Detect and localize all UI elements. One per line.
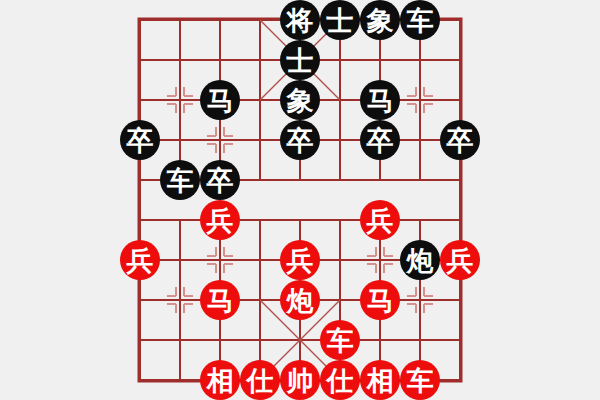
piece-red-advisor[interactable]: 仕: [320, 360, 360, 400]
piece-red-horse[interactable]: 马: [360, 280, 400, 320]
piece-red-chariot[interactable]: 车: [320, 320, 360, 360]
piece-black-general[interactable]: 将: [280, 0, 320, 40]
piece-black-elephant[interactable]: 象: [280, 80, 320, 120]
piece-red-soldier[interactable]: 兵: [200, 200, 240, 240]
piece-black-advisor[interactable]: 士: [280, 40, 320, 80]
piece-black-chariot[interactable]: 车: [400, 0, 440, 40]
piece-black-soldier[interactable]: 卒: [440, 120, 480, 160]
board-grid[interactable]: 将士象车士马象马卒卒卒卒车卒炮兵兵兵兵兵马炮马车相仕帅仕相车: [120, 0, 480, 400]
piece-black-soldier[interactable]: 卒: [200, 160, 240, 200]
piece-black-cannon[interactable]: 炮: [400, 240, 440, 280]
piece-red-general[interactable]: 帅: [280, 360, 320, 400]
piece-red-cannon[interactable]: 炮: [280, 280, 320, 320]
piece-red-advisor[interactable]: 仕: [240, 360, 280, 400]
piece-black-elephant[interactable]: 象: [360, 0, 400, 40]
piece-red-soldier[interactable]: 兵: [360, 200, 400, 240]
piece-red-elephant[interactable]: 相: [200, 360, 240, 400]
piece-red-soldier[interactable]: 兵: [440, 240, 480, 280]
piece-black-advisor[interactable]: 士: [320, 0, 360, 40]
piece-red-elephant[interactable]: 相: [360, 360, 400, 400]
piece-black-soldier[interactable]: 卒: [120, 120, 160, 160]
piece-red-soldier[interactable]: 兵: [120, 240, 160, 280]
piece-black-soldier[interactable]: 卒: [360, 120, 400, 160]
xiangqi-board-area: 将士象车士马象马卒卒卒卒车卒炮兵兵兵兵兵马炮马车相仕帅仕相车: [0, 0, 600, 400]
piece-black-horse[interactable]: 马: [200, 80, 240, 120]
piece-black-chariot[interactable]: 车: [160, 160, 200, 200]
piece-red-horse[interactable]: 马: [200, 280, 240, 320]
piece-red-chariot[interactable]: 车: [400, 360, 440, 400]
piece-black-soldier[interactable]: 卒: [280, 120, 320, 160]
piece-red-soldier[interactable]: 兵: [280, 240, 320, 280]
piece-black-horse[interactable]: 马: [360, 80, 400, 120]
